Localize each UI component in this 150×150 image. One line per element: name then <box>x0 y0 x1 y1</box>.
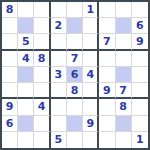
sudoku-cell-r6c9[interactable] <box>132 83 148 99</box>
sudoku-given-r9c4[interactable]: 5 <box>51 132 67 148</box>
sudoku-given-r2c4[interactable]: 2 <box>51 18 67 34</box>
sudoku-given-r6c7[interactable]: 9 <box>99 83 115 99</box>
sudoku-cell-r4c7[interactable] <box>99 51 115 67</box>
sudoku-cell-r5c8[interactable] <box>116 67 132 83</box>
sudoku-cell-r8c8[interactable] <box>116 116 132 132</box>
sudoku-cell-r6c1[interactable] <box>2 83 18 99</box>
sudoku-cell-r8c9[interactable] <box>132 116 148 132</box>
sudoku-cell-r3c6[interactable] <box>83 34 99 50</box>
sudoku-cell-r7c9[interactable] <box>132 99 148 115</box>
sudoku-given-r7c8[interactable]: 8 <box>116 99 132 115</box>
sudoku-cell-r4c1[interactable] <box>2 51 18 67</box>
sudoku-given-r9c9[interactable]: 1 <box>132 132 148 148</box>
sudoku-cell-r3c4[interactable] <box>51 34 67 50</box>
sudoku-cell-r8c7[interactable] <box>99 116 115 132</box>
sudoku-cell-r5c9[interactable] <box>132 67 148 83</box>
sudoku-cell-r9c8[interactable] <box>116 132 132 148</box>
sudoku-cell-r4c6[interactable] <box>83 51 99 67</box>
sudoku-cell-r2c7[interactable] <box>99 18 115 34</box>
sudoku-cell-r1c3[interactable] <box>34 2 50 18</box>
sudoku-cell-r7c4[interactable] <box>51 99 67 115</box>
sudoku-cell-r5c1[interactable] <box>2 67 18 83</box>
sudoku-cell-r5c2[interactable] <box>18 67 34 83</box>
sudoku-cell-r4c4[interactable] <box>51 51 67 67</box>
sudoku-given-r5c4[interactable]: 3 <box>51 67 67 83</box>
sudoku-cell-r8c4[interactable] <box>51 116 67 132</box>
sudoku-cell-r5c7[interactable] <box>99 67 115 83</box>
sudoku-cell-r2c1[interactable] <box>2 18 18 34</box>
sudoku-cell-r9c3[interactable] <box>34 132 50 148</box>
sudoku-cell-r5c3[interactable] <box>34 67 50 83</box>
sudoku-cell-r1c8[interactable] <box>116 2 132 18</box>
sudoku-board: 81265794873648979486951 <box>0 0 150 150</box>
sudoku-cell-r3c3[interactable] <box>34 34 50 50</box>
sudoku-cell-r9c1[interactable] <box>2 132 18 148</box>
sudoku-given-r6c5[interactable]: 8 <box>67 83 83 99</box>
sudoku-cell-r9c5[interactable] <box>67 132 83 148</box>
sudoku-cell-r4c9[interactable] <box>132 51 148 67</box>
sudoku-puzzle: 81265794873648979486951 <box>0 0 150 150</box>
sudoku-cell-r4c8[interactable] <box>116 51 132 67</box>
sudoku-given-r4c3[interactable]: 8 <box>34 51 50 67</box>
sudoku-given-r8c6[interactable]: 9 <box>83 116 99 132</box>
sudoku-cell-r6c4[interactable] <box>51 83 67 99</box>
sudoku-cell-r7c7[interactable] <box>99 99 115 115</box>
sudoku-cell-r6c6[interactable] <box>83 83 99 99</box>
sudoku-cell-r8c2[interactable] <box>18 116 34 132</box>
sudoku-cell-r1c2[interactable] <box>18 2 34 18</box>
sudoku-given-r5c6[interactable]: 4 <box>83 67 99 83</box>
sudoku-given-r2c9[interactable]: 6 <box>132 18 148 34</box>
sudoku-given-r3c7[interactable]: 7 <box>99 34 115 50</box>
sudoku-given-r1c1[interactable]: 8 <box>2 2 18 18</box>
sudoku-cell-r2c5[interactable] <box>67 18 83 34</box>
sudoku-given-r3c2[interactable]: 5 <box>18 34 34 50</box>
sudoku-cell-r7c5[interactable] <box>67 99 83 115</box>
sudoku-given-r4c2[interactable]: 4 <box>18 51 34 67</box>
sudoku-cell-r6c3[interactable] <box>34 83 50 99</box>
sudoku-cell-r2c2[interactable] <box>18 18 34 34</box>
sudoku-cell-r1c9[interactable] <box>132 2 148 18</box>
sudoku-cell-r7c6[interactable] <box>83 99 99 115</box>
sudoku-cell-r2c8[interactable] <box>116 18 132 34</box>
sudoku-cell-r3c8[interactable] <box>116 34 132 50</box>
sudoku-cell-r1c7[interactable] <box>99 2 115 18</box>
sudoku-given-r3c9[interactable]: 9 <box>132 34 148 50</box>
sudoku-given-r1c6[interactable]: 1 <box>83 2 99 18</box>
sudoku-cell-r9c7[interactable] <box>99 132 115 148</box>
sudoku-given-r8c1[interactable]: 6 <box>2 116 18 132</box>
sudoku-cell-r1c5[interactable] <box>67 2 83 18</box>
sudoku-given-r4c5[interactable]: 7 <box>67 51 83 67</box>
sudoku-cell-r6c2[interactable] <box>18 83 34 99</box>
sudoku-cell-r9c6[interactable] <box>83 132 99 148</box>
sudoku-given-r7c3[interactable]: 4 <box>34 99 50 115</box>
sudoku-cell-r7c2[interactable] <box>18 99 34 115</box>
sudoku-cell-r3c1[interactable] <box>2 34 18 50</box>
sudoku-given-r6c8[interactable]: 7 <box>116 83 132 99</box>
sudoku-cell-r3c5[interactable] <box>67 34 83 50</box>
sudoku-cell-r8c5[interactable] <box>67 116 83 132</box>
sudoku-cell-r8c3[interactable] <box>34 116 50 132</box>
sudoku-cell-r9c2[interactable] <box>18 132 34 148</box>
sudoku-cell-r2c6[interactable] <box>83 18 99 34</box>
sudoku-given-r5c5[interactable]: 6 <box>67 67 83 83</box>
sudoku-given-r7c1[interactable]: 9 <box>2 99 18 115</box>
sudoku-cell-r1c4[interactable] <box>51 2 67 18</box>
sudoku-cell-r2c3[interactable] <box>34 18 50 34</box>
